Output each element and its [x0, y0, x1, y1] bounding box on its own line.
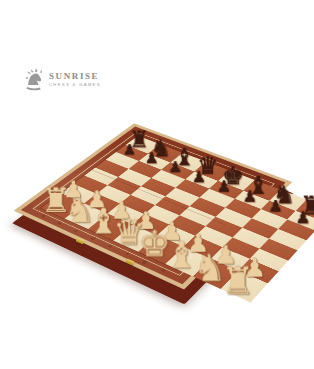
piece-white-pawn: ♟ — [111, 199, 132, 220]
file-label-e: e — [107, 244, 114, 249]
file-label-c: c — [73, 228, 79, 232]
file-label-a: a — [40, 213, 47, 217]
sunrise-knight-icon — [25, 68, 46, 92]
folding-board: abcdefgh 12345678 ♜♞♝♛♚♝♞♜♟♟♟♟♟♟♟♟♟♟♟♟♟♟… — [14, 123, 293, 289]
file-label-g: g — [142, 259, 149, 264]
brand-name: SUNRISE — [49, 72, 101, 81]
file-label-h: h — [160, 268, 167, 273]
sunrise-logo: SUNRISE CHESS & GAMES — [25, 68, 101, 92]
file-label-b: b — [57, 221, 64, 225]
file-label-f: f — [125, 252, 130, 256]
logo-text: SUNRISE CHESS & GAMES — [49, 72, 101, 87]
piece-white-pawn: ♟ — [136, 210, 158, 232]
chessboard-scene: abcdefgh 12345678 ♜♞♝♛♚♝♞♜♟♟♟♟♟♟♟♟♟♟♟♟♟♟… — [14, 123, 293, 289]
board-frame: abcdefgh 12345678 ♜♞♝♛♚♝♞♜♟♟♟♟♟♟♟♟♟♟♟♟♟♟… — [21, 126, 286, 284]
product-photo: SUNRISE CHESS & GAMES abcdefgh 12345678 … — [0, 0, 314, 369]
piece-white-rook: ♜ — [40, 185, 70, 215]
piece-black-king: ♚ — [222, 165, 244, 187]
file-label-d: d — [90, 236, 97, 241]
brand-tagline: CHESS & GAMES — [49, 83, 101, 87]
piece-black-pawn: ♟ — [242, 190, 256, 205]
